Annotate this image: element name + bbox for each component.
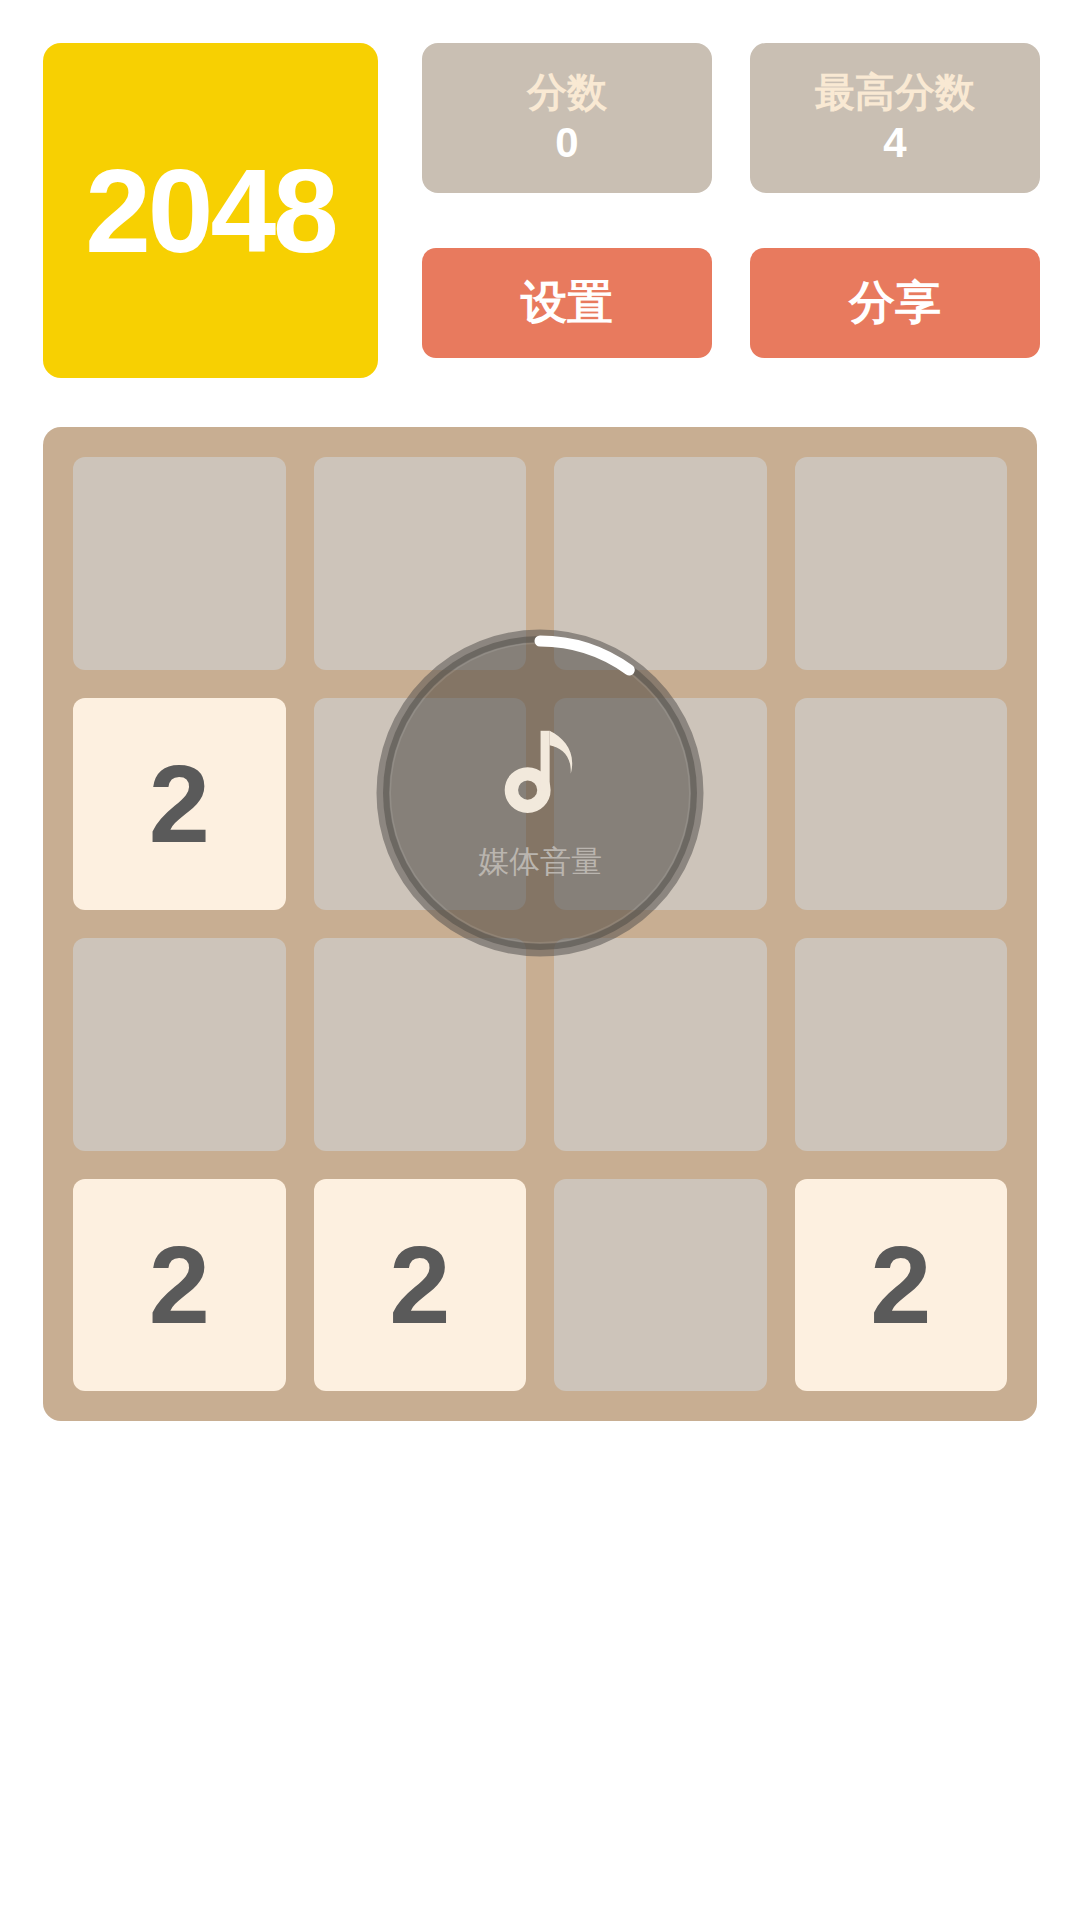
cell-empty <box>795 938 1008 1151</box>
cell-empty <box>554 938 767 1151</box>
cell-empty <box>314 938 527 1151</box>
game-logo: 2048 <box>43 43 378 378</box>
tile-2: 2 <box>795 1179 1008 1392</box>
cell-empty <box>554 698 767 911</box>
cell-empty <box>554 457 767 670</box>
score-box: 分数 0 <box>422 43 712 193</box>
score-label: 分数 <box>527 68 607 116</box>
tile-2: 2 <box>73 1179 286 1392</box>
cell-empty <box>554 1179 767 1392</box>
cell-empty <box>795 698 1008 911</box>
board-grid[interactable]: 2222 <box>43 427 1037 1421</box>
best-score-value: 4 <box>883 118 906 168</box>
cell-empty <box>314 698 527 911</box>
tile-2: 2 <box>73 698 286 911</box>
best-score-box: 最高分数 4 <box>750 43 1040 193</box>
cell-empty <box>73 938 286 1151</box>
cell-empty <box>795 457 1008 670</box>
tile-2: 2 <box>314 1179 527 1392</box>
score-value: 0 <box>555 118 578 168</box>
cell-empty <box>314 457 527 670</box>
share-button[interactable]: 分享 <box>750 248 1040 358</box>
best-score-label: 最高分数 <box>815 68 975 116</box>
settings-button[interactable]: 设置 <box>422 248 712 358</box>
cell-empty <box>73 457 286 670</box>
